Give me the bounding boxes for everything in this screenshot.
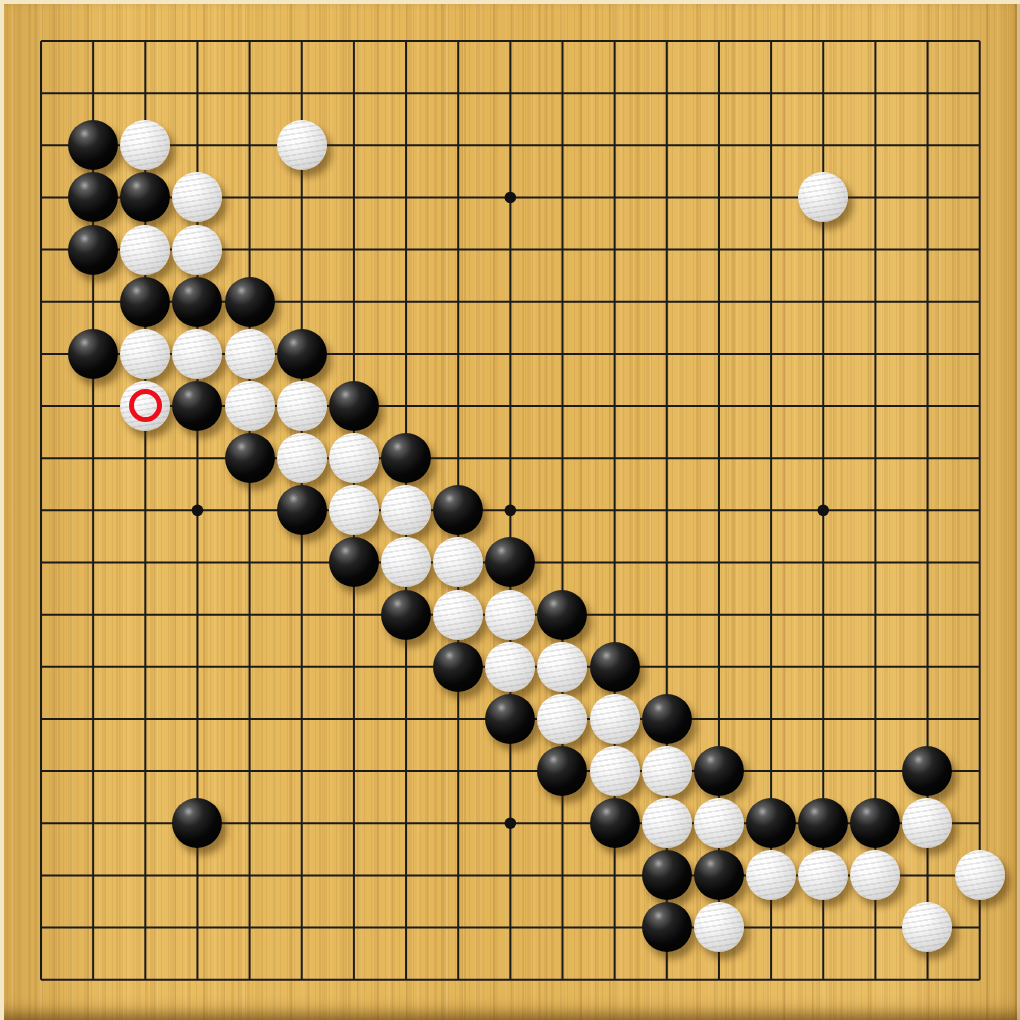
- point-F6[interactable]: [276, 693, 328, 745]
- point-O16[interactable]: [693, 171, 745, 223]
- point-J16[interactable]: [432, 171, 484, 223]
- point-C5[interactable]: [119, 745, 171, 797]
- point-L4[interactable]: [536, 797, 588, 849]
- point-Q19[interactable]: [797, 15, 849, 67]
- point-C11[interactable]: [119, 432, 171, 484]
- point-N8[interactable]: [641, 588, 693, 640]
- point-Q12[interactable]: [797, 380, 849, 432]
- point-A10[interactable]: [15, 484, 67, 536]
- point-E6[interactable]: [223, 693, 275, 745]
- point-J12[interactable]: [432, 380, 484, 432]
- point-A12[interactable]: [15, 380, 67, 432]
- point-P18[interactable]: [745, 67, 797, 119]
- point-L14[interactable]: [536, 276, 588, 328]
- point-F9[interactable]: [276, 536, 328, 588]
- point-N16[interactable]: [641, 171, 693, 223]
- point-F10: [276, 484, 328, 536]
- point-G8[interactable]: [328, 588, 380, 640]
- point-S11[interactable]: [901, 432, 953, 484]
- point-A13[interactable]: [15, 328, 67, 380]
- point-F2[interactable]: [276, 901, 328, 953]
- point-G3[interactable]: [328, 849, 380, 901]
- point-P17[interactable]: [745, 119, 797, 171]
- point-C7[interactable]: [119, 641, 171, 693]
- point-H5[interactable]: [380, 745, 432, 797]
- point-P16[interactable]: [745, 171, 797, 223]
- point-G4[interactable]: [328, 797, 380, 849]
- point-N13[interactable]: [641, 328, 693, 380]
- point-O18[interactable]: [693, 67, 745, 119]
- point-R16[interactable]: [849, 171, 901, 223]
- point-D6[interactable]: [171, 693, 223, 745]
- point-L11[interactable]: [536, 432, 588, 484]
- point-D1[interactable]: [171, 953, 223, 1005]
- point-S10[interactable]: [901, 484, 953, 536]
- point-M11[interactable]: [588, 432, 640, 484]
- point-S17[interactable]: [901, 119, 953, 171]
- point-N11[interactable]: [641, 432, 693, 484]
- point-B8[interactable]: [67, 588, 119, 640]
- point-S15[interactable]: [901, 223, 953, 275]
- point-B3[interactable]: [67, 849, 119, 901]
- point-H14[interactable]: [380, 276, 432, 328]
- point-K3[interactable]: [484, 849, 536, 901]
- point-L16[interactable]: [536, 171, 588, 223]
- point-Q6[interactable]: [797, 693, 849, 745]
- point-P2[interactable]: [745, 901, 797, 953]
- point-C4[interactable]: [119, 797, 171, 849]
- point-B2[interactable]: [67, 901, 119, 953]
- point-T8[interactable]: [953, 588, 1005, 640]
- point-F8[interactable]: [276, 588, 328, 640]
- point-R10[interactable]: [849, 484, 901, 536]
- point-A8[interactable]: [15, 588, 67, 640]
- point-S3[interactable]: [901, 849, 953, 901]
- point-E15[interactable]: [223, 223, 275, 275]
- point-M18[interactable]: [588, 67, 640, 119]
- point-F16[interactable]: [276, 171, 328, 223]
- point-O1[interactable]: [693, 953, 745, 1005]
- point-Q11[interactable]: [797, 432, 849, 484]
- point-E3[interactable]: [223, 849, 275, 901]
- point-O19[interactable]: [693, 15, 745, 67]
- point-L17[interactable]: [536, 119, 588, 171]
- point-B6[interactable]: [67, 693, 119, 745]
- point-K4[interactable]: [484, 797, 536, 849]
- point-A5[interactable]: [15, 745, 67, 797]
- point-E18[interactable]: [223, 67, 275, 119]
- point-H15[interactable]: [380, 223, 432, 275]
- point-E7[interactable]: [223, 641, 275, 693]
- point-S13[interactable]: [901, 328, 953, 380]
- point-P13[interactable]: [745, 328, 797, 380]
- point-E8[interactable]: [223, 588, 275, 640]
- white-stone: [850, 850, 900, 900]
- point-R8[interactable]: [849, 588, 901, 640]
- point-N10[interactable]: [641, 484, 693, 536]
- point-T1[interactable]: [953, 953, 1005, 1005]
- point-T16[interactable]: [953, 171, 1005, 223]
- point-A17[interactable]: [15, 119, 67, 171]
- point-H1[interactable]: [380, 953, 432, 1005]
- point-G14[interactable]: [328, 276, 380, 328]
- point-M15[interactable]: [588, 223, 640, 275]
- point-T11[interactable]: [953, 432, 1005, 484]
- point-C3[interactable]: [119, 849, 171, 901]
- point-O12[interactable]: [693, 380, 745, 432]
- point-H19[interactable]: [380, 15, 432, 67]
- point-N7[interactable]: [641, 641, 693, 693]
- point-S9[interactable]: [901, 536, 953, 588]
- point-D8[interactable]: [171, 588, 223, 640]
- point-H4[interactable]: [380, 797, 432, 849]
- point-G6[interactable]: [328, 693, 380, 745]
- point-Q14[interactable]: [797, 276, 849, 328]
- point-Q7[interactable]: [797, 641, 849, 693]
- point-S12[interactable]: [901, 380, 953, 432]
- point-L3[interactable]: [536, 849, 588, 901]
- point-F7[interactable]: [276, 641, 328, 693]
- point-L13[interactable]: [536, 328, 588, 380]
- point-M14[interactable]: [588, 276, 640, 328]
- point-R1[interactable]: [849, 953, 901, 1005]
- point-M17[interactable]: [588, 119, 640, 171]
- point-Q5[interactable]: [797, 745, 849, 797]
- point-A14[interactable]: [15, 276, 67, 328]
- point-H7[interactable]: [380, 641, 432, 693]
- point-D5[interactable]: [171, 745, 223, 797]
- point-O17[interactable]: [693, 119, 745, 171]
- point-F1[interactable]: [276, 953, 328, 1005]
- point-P15[interactable]: [745, 223, 797, 275]
- point-S7[interactable]: [901, 641, 953, 693]
- point-B5[interactable]: [67, 745, 119, 797]
- point-Q2[interactable]: [797, 901, 849, 953]
- point-R18[interactable]: [849, 67, 901, 119]
- point-T12[interactable]: [953, 380, 1005, 432]
- point-O13[interactable]: [693, 328, 745, 380]
- point-F15[interactable]: [276, 223, 328, 275]
- point-S8[interactable]: [901, 588, 953, 640]
- point-O15[interactable]: [693, 223, 745, 275]
- point-L12[interactable]: [536, 380, 588, 432]
- point-O10[interactable]: [693, 484, 745, 536]
- point-K2[interactable]: [484, 901, 536, 953]
- point-T2[interactable]: [953, 901, 1005, 953]
- point-C8[interactable]: [119, 588, 171, 640]
- point-T4[interactable]: [953, 797, 1005, 849]
- point-C1[interactable]: [119, 953, 171, 1005]
- point-K19[interactable]: [484, 15, 536, 67]
- point-G13[interactable]: [328, 328, 380, 380]
- point-K1[interactable]: [484, 953, 536, 1005]
- point-R12[interactable]: [849, 380, 901, 432]
- point-N1[interactable]: [641, 953, 693, 1005]
- point-R15[interactable]: [849, 223, 901, 275]
- point-G15[interactable]: [328, 223, 380, 275]
- point-E9[interactable]: [223, 536, 275, 588]
- point-G7[interactable]: [328, 641, 380, 693]
- point-P9[interactable]: [745, 536, 797, 588]
- point-O14[interactable]: [693, 276, 745, 328]
- point-K11[interactable]: [484, 432, 536, 484]
- point-B12[interactable]: [67, 380, 119, 432]
- point-L15[interactable]: [536, 223, 588, 275]
- point-L19[interactable]: [536, 15, 588, 67]
- point-J13[interactable]: [432, 328, 484, 380]
- point-T9[interactable]: [953, 536, 1005, 588]
- point-J7: [432, 641, 484, 693]
- point-O7[interactable]: [693, 641, 745, 693]
- point-B9[interactable]: [67, 536, 119, 588]
- point-F19[interactable]: [276, 15, 328, 67]
- point-R14[interactable]: [849, 276, 901, 328]
- point-A9[interactable]: [15, 536, 67, 588]
- point-P1[interactable]: [745, 953, 797, 1005]
- point-M2[interactable]: [588, 901, 640, 953]
- point-A7[interactable]: [15, 641, 67, 693]
- point-B18[interactable]: [67, 67, 119, 119]
- point-T19[interactable]: [953, 15, 1005, 67]
- point-E16[interactable]: [223, 171, 275, 223]
- point-E5[interactable]: [223, 745, 275, 797]
- point-L18[interactable]: [536, 67, 588, 119]
- point-T10[interactable]: [953, 484, 1005, 536]
- point-J2[interactable]: [432, 901, 484, 953]
- point-M19[interactable]: [588, 15, 640, 67]
- point-Q18[interactable]: [797, 67, 849, 119]
- point-O8[interactable]: [693, 588, 745, 640]
- point-C9[interactable]: [119, 536, 171, 588]
- point-G18[interactable]: [328, 67, 380, 119]
- point-C19[interactable]: [119, 15, 171, 67]
- point-T7[interactable]: [953, 641, 1005, 693]
- point-A4[interactable]: [15, 797, 67, 849]
- point-A18[interactable]: [15, 67, 67, 119]
- point-N14[interactable]: [641, 276, 693, 328]
- point-K5[interactable]: [484, 745, 536, 797]
- black-stone: [485, 694, 535, 744]
- point-F3[interactable]: [276, 849, 328, 901]
- point-T18[interactable]: [953, 67, 1005, 119]
- point-Q15[interactable]: [797, 223, 849, 275]
- point-K18[interactable]: [484, 67, 536, 119]
- point-P7[interactable]: [745, 641, 797, 693]
- point-G2[interactable]: [328, 901, 380, 953]
- point-Q8[interactable]: [797, 588, 849, 640]
- point-S14[interactable]: [901, 276, 953, 328]
- point-T14[interactable]: [953, 276, 1005, 328]
- point-F4[interactable]: [276, 797, 328, 849]
- point-D19[interactable]: [171, 15, 223, 67]
- point-Q1[interactable]: [797, 953, 849, 1005]
- point-A1[interactable]: [15, 953, 67, 1005]
- point-C10[interactable]: [119, 484, 171, 536]
- point-E2[interactable]: [223, 901, 275, 953]
- point-O6[interactable]: [693, 693, 745, 745]
- point-H2[interactable]: [380, 901, 432, 953]
- point-H6[interactable]: [380, 693, 432, 745]
- point-C2[interactable]: [119, 901, 171, 953]
- point-R17[interactable]: [849, 119, 901, 171]
- point-K15[interactable]: [484, 223, 536, 275]
- point-N18[interactable]: [641, 67, 693, 119]
- white-stone: [590, 746, 640, 796]
- point-S19[interactable]: [901, 15, 953, 67]
- point-E1[interactable]: [223, 953, 275, 1005]
- point-R9[interactable]: [849, 536, 901, 588]
- point-J19[interactable]: [432, 15, 484, 67]
- point-J11[interactable]: [432, 432, 484, 484]
- point-H18[interactable]: [380, 67, 432, 119]
- point-J17[interactable]: [432, 119, 484, 171]
- point-O9[interactable]: [693, 536, 745, 588]
- point-G17[interactable]: [328, 119, 380, 171]
- point-K17[interactable]: [484, 119, 536, 171]
- point-T5[interactable]: [953, 745, 1005, 797]
- point-N15[interactable]: [641, 223, 693, 275]
- point-R7[interactable]: [849, 641, 901, 693]
- point-J14[interactable]: [432, 276, 484, 328]
- point-M10[interactable]: [588, 484, 640, 536]
- point-N9[interactable]: [641, 536, 693, 588]
- point-P6[interactable]: [745, 693, 797, 745]
- point-L1[interactable]: [536, 953, 588, 1005]
- point-A3[interactable]: [15, 849, 67, 901]
- point-S16[interactable]: [901, 171, 953, 223]
- black-stone: [329, 381, 379, 431]
- point-H13[interactable]: [380, 328, 432, 380]
- point-F14[interactable]: [276, 276, 328, 328]
- point-P10[interactable]: [745, 484, 797, 536]
- point-S6[interactable]: [901, 693, 953, 745]
- point-D11[interactable]: [171, 432, 223, 484]
- point-Q9[interactable]: [797, 536, 849, 588]
- point-B19[interactable]: [67, 15, 119, 67]
- point-E19[interactable]: [223, 15, 275, 67]
- point-L9[interactable]: [536, 536, 588, 588]
- point-B4[interactable]: [67, 797, 119, 849]
- point-K13[interactable]: [484, 328, 536, 380]
- point-B10[interactable]: [67, 484, 119, 536]
- point-K10[interactable]: [484, 484, 536, 536]
- point-B7[interactable]: [67, 641, 119, 693]
- point-M8[interactable]: [588, 588, 640, 640]
- point-K12[interactable]: [484, 380, 536, 432]
- point-H12[interactable]: [380, 380, 432, 432]
- point-M12[interactable]: [588, 380, 640, 432]
- point-A15[interactable]: [15, 223, 67, 275]
- point-G5[interactable]: [328, 745, 380, 797]
- point-N12[interactable]: [641, 380, 693, 432]
- point-N19[interactable]: [641, 15, 693, 67]
- point-D17[interactable]: [171, 119, 223, 171]
- point-M13[interactable]: [588, 328, 640, 380]
- point-M3[interactable]: [588, 849, 640, 901]
- point-L10[interactable]: [536, 484, 588, 536]
- point-B1[interactable]: [67, 953, 119, 1005]
- point-P14[interactable]: [745, 276, 797, 328]
- point-H16[interactable]: [380, 171, 432, 223]
- point-D18[interactable]: [171, 67, 223, 119]
- white-stone: [537, 694, 587, 744]
- point-L2[interactable]: [536, 901, 588, 953]
- point-T13[interactable]: [953, 328, 1005, 380]
- point-S18[interactable]: [901, 67, 953, 119]
- point-D7[interactable]: [171, 641, 223, 693]
- point-E10[interactable]: [223, 484, 275, 536]
- point-D2[interactable]: [171, 901, 223, 953]
- point-Q10[interactable]: [797, 484, 849, 536]
- point-D3[interactable]: [171, 849, 223, 901]
- point-A2[interactable]: [15, 901, 67, 953]
- point-B14[interactable]: [67, 276, 119, 328]
- point-M1[interactable]: [588, 953, 640, 1005]
- point-C6[interactable]: [119, 693, 171, 745]
- point-F18[interactable]: [276, 67, 328, 119]
- point-Q17[interactable]: [797, 119, 849, 171]
- point-A6[interactable]: [15, 693, 67, 745]
- point-J5[interactable]: [432, 745, 484, 797]
- point-J1[interactable]: [432, 953, 484, 1005]
- point-E4[interactable]: [223, 797, 275, 849]
- point-B17: [67, 119, 119, 171]
- point-A11[interactable]: [15, 432, 67, 484]
- point-G1[interactable]: [328, 953, 380, 1005]
- point-R2[interactable]: [849, 901, 901, 953]
- point-P5[interactable]: [745, 745, 797, 797]
- point-J4[interactable]: [432, 797, 484, 849]
- point-T17[interactable]: [953, 119, 1005, 171]
- point-K16[interactable]: [484, 171, 536, 223]
- point-M16[interactable]: [588, 171, 640, 223]
- point-F5[interactable]: [276, 745, 328, 797]
- point-B11[interactable]: [67, 432, 119, 484]
- point-P11[interactable]: [745, 432, 797, 484]
- point-H17[interactable]: [380, 119, 432, 171]
- point-J18[interactable]: [432, 67, 484, 119]
- point-P8[interactable]: [745, 588, 797, 640]
- point-J15[interactable]: [432, 223, 484, 275]
- point-A19[interactable]: [15, 15, 67, 67]
- point-R13[interactable]: [849, 328, 901, 380]
- point-O11[interactable]: [693, 432, 745, 484]
- point-C18[interactable]: [119, 67, 171, 119]
- point-R11[interactable]: [849, 432, 901, 484]
- point-R6[interactable]: [849, 693, 901, 745]
- point-D9[interactable]: [171, 536, 223, 588]
- point-P19[interactable]: [745, 15, 797, 67]
- point-G16[interactable]: [328, 171, 380, 223]
- point-Q13[interactable]: [797, 328, 849, 380]
- point-R19[interactable]: [849, 15, 901, 67]
- point-J6[interactable]: [432, 693, 484, 745]
- point-S1[interactable]: [901, 953, 953, 1005]
- point-M9[interactable]: [588, 536, 640, 588]
- point-T6[interactable]: [953, 693, 1005, 745]
- point-H3[interactable]: [380, 849, 432, 901]
- point-J3[interactable]: [432, 849, 484, 901]
- point-E17[interactable]: [223, 119, 275, 171]
- point-G19[interactable]: [328, 15, 380, 67]
- point-K14[interactable]: [484, 276, 536, 328]
- point-R5[interactable]: [849, 745, 901, 797]
- point-N17[interactable]: [641, 119, 693, 171]
- point-T15[interactable]: [953, 223, 1005, 275]
- point-A16[interactable]: [15, 171, 67, 223]
- point-P12[interactable]: [745, 380, 797, 432]
- point-D10[interactable]: [171, 484, 223, 536]
